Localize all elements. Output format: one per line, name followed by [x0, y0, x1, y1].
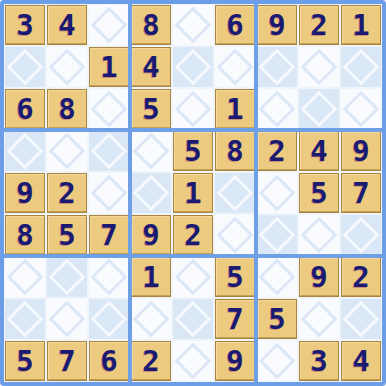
cell-r9c8: 3 [299, 341, 339, 381]
cell-r5c6[interactable] [215, 173, 255, 213]
cell-r8c8[interactable] [299, 299, 339, 339]
cell-r4c4[interactable] [131, 131, 171, 171]
cell-r9c6: 9 [215, 341, 255, 381]
diamond-pattern [175, 259, 212, 296]
cell-r2c8[interactable] [299, 47, 339, 87]
cell-r9c3: 6 [89, 341, 129, 381]
cell-r1c5[interactable] [173, 5, 213, 45]
cell-r7c3[interactable] [89, 257, 129, 297]
given-digit: 2 [310, 11, 327, 40]
given-digit: 2 [142, 347, 159, 376]
cell-r8c1[interactable] [5, 299, 45, 339]
cell-r3c1: 6 [5, 89, 45, 129]
diamond-pattern [343, 91, 380, 128]
given-digit: 4 [58, 11, 75, 40]
cell-r2c7[interactable] [257, 47, 297, 87]
cell-r7c9: 2 [341, 257, 381, 297]
cell-r4c8: 4 [299, 131, 339, 171]
given-digit: 5 [184, 137, 201, 166]
cell-r8c2[interactable] [47, 299, 87, 339]
given-digit: 2 [58, 179, 75, 208]
cell-r7c1[interactable] [5, 257, 45, 297]
given-digit: 7 [100, 221, 117, 250]
cell-r3c3[interactable] [89, 89, 129, 129]
given-digit: 6 [226, 11, 243, 40]
diamond-pattern [259, 91, 296, 128]
cell-r8c4[interactable] [131, 299, 171, 339]
cell-r2c1[interactable] [5, 47, 45, 87]
cell-r1c3[interactable] [89, 5, 129, 45]
diamond-pattern [133, 175, 170, 212]
cell-r6c7[interactable] [257, 215, 297, 255]
given-digit: 9 [310, 263, 327, 292]
given-digit: 7 [352, 179, 369, 208]
diamond-pattern [49, 133, 86, 170]
cell-r2c3: 1 [89, 47, 129, 87]
diamond-pattern [91, 301, 128, 338]
diamond-pattern [7, 133, 44, 170]
cell-r4c1[interactable] [5, 131, 45, 171]
cell-r8c7: 5 [257, 299, 297, 339]
diamond-pattern [133, 301, 170, 338]
given-digit: 9 [16, 179, 33, 208]
cell-r3c4: 5 [131, 89, 171, 129]
diamond-pattern [175, 49, 212, 86]
cell-r9c9: 4 [341, 341, 381, 381]
cell-r2c4: 4 [131, 47, 171, 87]
cell-r8c3[interactable] [89, 299, 129, 339]
given-digit: 8 [142, 11, 159, 40]
diamond-pattern [259, 259, 296, 296]
given-digit: 9 [352, 137, 369, 166]
diamond-pattern [217, 217, 254, 254]
given-digit: 9 [268, 11, 285, 40]
diamond-pattern [259, 343, 296, 380]
cell-r1c8: 2 [299, 5, 339, 45]
diamond-pattern [175, 343, 212, 380]
given-digit: 7 [58, 347, 75, 376]
cell-r1c9: 1 [341, 5, 381, 45]
diamond-pattern [175, 7, 212, 44]
diamond-pattern [49, 301, 86, 338]
cell-r4c3[interactable] [89, 131, 129, 171]
cell-r7c7[interactable] [257, 257, 297, 297]
cell-r6c2: 5 [47, 215, 87, 255]
cell-r7c2[interactable] [47, 257, 87, 297]
cell-r6c3: 7 [89, 215, 129, 255]
cell-r5c4[interactable] [131, 173, 171, 213]
cell-r1c1: 3 [5, 5, 45, 45]
given-digit: 5 [142, 95, 159, 124]
given-digit: 5 [58, 221, 75, 250]
cell-r8c6: 7 [215, 299, 255, 339]
cell-r6c4: 9 [131, 215, 171, 255]
given-digit: 4 [142, 53, 159, 82]
diamond-pattern [7, 49, 44, 86]
given-digit: 1 [100, 53, 117, 82]
given-digit: 1 [226, 95, 243, 124]
diamond-pattern [259, 175, 296, 212]
cell-r1c6: 6 [215, 5, 255, 45]
cell-r2c2[interactable] [47, 47, 87, 87]
diamond-pattern [175, 301, 212, 338]
given-digit: 5 [310, 179, 327, 208]
cell-r6c8[interactable] [299, 215, 339, 255]
cell-r3c2: 8 [47, 89, 87, 129]
given-digit: 5 [226, 263, 243, 292]
cell-r5c1: 9 [5, 173, 45, 213]
cell-r4c2[interactable] [47, 131, 87, 171]
diamond-pattern [91, 91, 128, 128]
diamond-pattern [217, 175, 254, 212]
diamond-pattern [259, 49, 296, 86]
diamond-pattern [343, 49, 380, 86]
cell-r3c8[interactable] [299, 89, 339, 129]
diamond-pattern [301, 49, 338, 86]
cell-r4c5: 5 [173, 131, 213, 171]
cell-r1c4: 8 [131, 5, 171, 45]
diamond-pattern [175, 91, 212, 128]
cell-r6c9[interactable] [341, 215, 381, 255]
given-digit: 8 [58, 95, 75, 124]
given-digit: 2 [184, 221, 201, 250]
cell-r9c7[interactable] [257, 341, 297, 381]
given-digit: 8 [16, 221, 33, 250]
diamond-pattern [91, 7, 128, 44]
cell-r4c7: 2 [257, 131, 297, 171]
given-digit: 9 [226, 347, 243, 376]
diamond-pattern [301, 217, 338, 254]
cell-r7c5[interactable] [173, 257, 213, 297]
given-digit: 5 [16, 347, 33, 376]
diamond-pattern [343, 217, 380, 254]
cell-r3c9[interactable] [341, 89, 381, 129]
cell-r8c5[interactable] [173, 299, 213, 339]
cell-r4c6: 8 [215, 131, 255, 171]
cell-r5c8: 5 [299, 173, 339, 213]
cell-r9c4: 2 [131, 341, 171, 381]
cell-r2c9[interactable] [341, 47, 381, 87]
diamond-pattern [343, 301, 380, 338]
cell-r3c7[interactable] [257, 89, 297, 129]
cell-r5c9: 7 [341, 173, 381, 213]
given-digit: 9 [142, 221, 159, 250]
given-digit: 7 [226, 305, 243, 334]
given-digit: 1 [352, 11, 369, 40]
diamond-pattern [301, 91, 338, 128]
sudoku-grid: 3486921146851582499215785792159275576293… [4, 4, 382, 382]
given-digit: 2 [352, 263, 369, 292]
cell-r4c9: 9 [341, 131, 381, 171]
sudoku-board: 3486921146851582499215785792159275576293… [0, 0, 386, 386]
diamond-pattern [49, 49, 86, 86]
given-digit: 1 [184, 179, 201, 208]
diamond-pattern [259, 217, 296, 254]
cell-r1c2: 4 [47, 5, 87, 45]
cell-r5c5: 1 [173, 173, 213, 213]
given-digit: 4 [352, 347, 369, 376]
diamond-pattern [133, 133, 170, 170]
cell-r5c2: 2 [47, 173, 87, 213]
cell-r9c1: 5 [5, 341, 45, 381]
cell-r5c7[interactable] [257, 173, 297, 213]
cell-r3c5[interactable] [173, 89, 213, 129]
diamond-pattern [7, 301, 44, 338]
cell-r6c1: 8 [5, 215, 45, 255]
given-digit: 4 [310, 137, 327, 166]
given-digit: 8 [226, 137, 243, 166]
cell-r6c6[interactable] [215, 215, 255, 255]
given-digit: 6 [100, 347, 117, 376]
given-digit: 6 [16, 95, 33, 124]
cell-r8c9[interactable] [341, 299, 381, 339]
diamond-pattern [91, 133, 128, 170]
cell-r2c6[interactable] [215, 47, 255, 87]
cell-r7c6: 5 [215, 257, 255, 297]
diamond-pattern [91, 175, 128, 212]
cell-r6c5: 2 [173, 215, 213, 255]
cell-r9c2: 7 [47, 341, 87, 381]
diamond-pattern [217, 49, 254, 86]
cell-r9c5[interactable] [173, 341, 213, 381]
cell-r3c6: 1 [215, 89, 255, 129]
given-digit: 3 [16, 11, 33, 40]
cell-r2c5[interactable] [173, 47, 213, 87]
cell-r7c8: 9 [299, 257, 339, 297]
given-digit: 2 [268, 137, 285, 166]
diamond-pattern [91, 259, 128, 296]
diamond-pattern [301, 301, 338, 338]
given-digit: 3 [310, 347, 327, 376]
cell-r5c3[interactable] [89, 173, 129, 213]
cell-r1c7: 9 [257, 5, 297, 45]
cell-r7c4: 1 [131, 257, 171, 297]
diamond-pattern [7, 259, 44, 296]
diamond-pattern [49, 259, 86, 296]
given-digit: 5 [268, 305, 285, 334]
given-digit: 1 [142, 263, 159, 292]
